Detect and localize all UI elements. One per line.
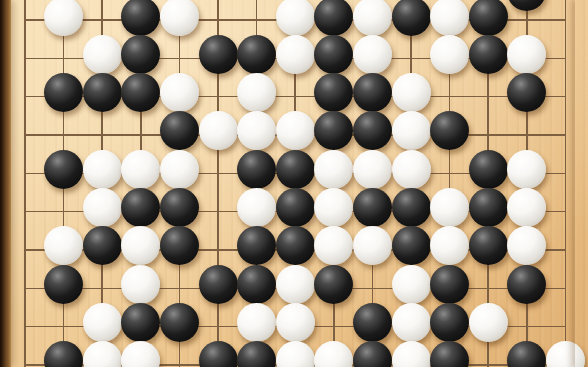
white-stone[interactable] [353, 35, 392, 74]
black-stone[interactable] [430, 111, 469, 150]
black-stone[interactable] [314, 0, 353, 36]
black-stone[interactable] [430, 265, 469, 304]
white-stone[interactable] [469, 303, 508, 342]
black-stone[interactable] [237, 150, 276, 189]
black-stone[interactable] [469, 0, 508, 36]
black-stone[interactable] [121, 0, 160, 36]
white-stone[interactable] [430, 188, 469, 227]
white-stone[interactable] [314, 226, 353, 265]
black-stone[interactable] [160, 303, 199, 342]
black-stone[interactable] [314, 73, 353, 112]
white-stone[interactable] [83, 188, 122, 227]
white-stone[interactable] [507, 188, 546, 227]
black-stone[interactable] [199, 341, 238, 367]
white-stone[interactable] [237, 73, 276, 112]
black-stone[interactable] [507, 265, 546, 304]
black-stone[interactable] [237, 35, 276, 74]
board-left-edge [0, 0, 11, 367]
white-stone[interactable] [392, 150, 431, 189]
black-stone[interactable] [199, 35, 238, 74]
white-stone[interactable] [276, 0, 315, 36]
white-stone[interactable] [83, 150, 122, 189]
white-stone[interactable] [276, 341, 315, 367]
white-stone[interactable] [507, 150, 546, 189]
white-stone[interactable] [83, 35, 122, 74]
black-stone[interactable] [430, 341, 469, 367]
black-stone[interactable] [44, 341, 83, 367]
black-stone[interactable] [507, 0, 546, 11]
black-stone[interactable] [430, 303, 469, 342]
white-stone[interactable] [392, 73, 431, 112]
white-stone[interactable] [392, 265, 431, 304]
black-stone[interactable] [199, 265, 238, 304]
black-stone[interactable] [237, 341, 276, 367]
white-stone[interactable] [83, 303, 122, 342]
black-stone[interactable] [121, 188, 160, 227]
go-board [0, 0, 588, 367]
black-stone[interactable] [160, 111, 199, 150]
white-stone[interactable] [353, 150, 392, 189]
white-stone[interactable] [392, 303, 431, 342]
black-stone[interactable] [314, 35, 353, 74]
white-stone[interactable] [83, 341, 122, 367]
black-stone[interactable] [507, 341, 546, 367]
white-stone[interactable] [237, 188, 276, 227]
white-stone[interactable] [392, 341, 431, 367]
black-stone[interactable] [276, 188, 315, 227]
white-stone[interactable] [353, 0, 392, 36]
black-stone[interactable] [314, 265, 353, 304]
black-stone[interactable] [353, 188, 392, 227]
white-stone[interactable] [121, 150, 160, 189]
white-stone[interactable] [314, 341, 353, 367]
black-stone[interactable] [83, 226, 122, 265]
white-stone[interactable] [507, 226, 546, 265]
white-stone[interactable] [237, 111, 276, 150]
white-stone[interactable] [314, 150, 353, 189]
black-stone[interactable] [469, 188, 508, 227]
black-stone[interactable] [353, 341, 392, 367]
black-stone[interactable] [160, 188, 199, 227]
white-stone[interactable] [430, 35, 469, 74]
black-stone[interactable] [392, 226, 431, 265]
white-stone[interactable] [276, 265, 315, 304]
white-stone[interactable] [160, 0, 199, 36]
black-stone[interactable] [469, 226, 508, 265]
black-stone[interactable] [353, 303, 392, 342]
white-stone[interactable] [237, 303, 276, 342]
white-stone[interactable] [199, 111, 238, 150]
black-stone[interactable] [44, 150, 83, 189]
black-stone[interactable] [121, 303, 160, 342]
white-stone[interactable] [314, 188, 353, 227]
white-stone[interactable] [392, 111, 431, 150]
black-stone[interactable] [83, 73, 122, 112]
white-stone[interactable] [430, 0, 469, 36]
white-stone[interactable] [276, 111, 315, 150]
black-stone[interactable] [469, 150, 508, 189]
grid-vertical-line [24, 0, 26, 367]
black-stone[interactable] [44, 73, 83, 112]
black-stone[interactable] [237, 226, 276, 265]
white-stone[interactable] [121, 265, 160, 304]
black-stone[interactable] [314, 111, 353, 150]
white-stone[interactable] [430, 226, 469, 265]
white-stone[interactable] [121, 226, 160, 265]
black-stone[interactable] [121, 73, 160, 112]
white-stone[interactable] [44, 226, 83, 265]
black-stone[interactable] [237, 265, 276, 304]
black-stone[interactable] [160, 226, 199, 265]
board-right-edge [575, 0, 588, 367]
white-stone[interactable] [276, 303, 315, 342]
grid-vertical-line [565, 0, 567, 367]
white-stone[interactable] [353, 226, 392, 265]
white-stone[interactable] [121, 341, 160, 367]
white-stone[interactable] [160, 150, 199, 189]
black-stone[interactable] [353, 73, 392, 112]
black-stone[interactable] [276, 226, 315, 265]
black-stone[interactable] [44, 265, 83, 304]
white-stone[interactable] [276, 35, 315, 74]
black-stone[interactable] [507, 73, 546, 112]
black-stone[interactable] [353, 111, 392, 150]
black-stone[interactable] [121, 35, 160, 74]
black-stone[interactable] [276, 150, 315, 189]
black-stone[interactable] [392, 188, 431, 227]
white-stone[interactable] [507, 35, 546, 74]
black-stone[interactable] [392, 0, 431, 36]
white-stone[interactable] [44, 0, 83, 36]
black-stone[interactable] [469, 35, 508, 74]
white-stone[interactable] [160, 73, 199, 112]
